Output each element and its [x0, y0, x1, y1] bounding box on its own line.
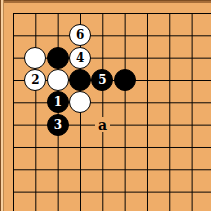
- stone-white-4: 4: [69, 47, 91, 69]
- stone-white-2: 2: [24, 69, 46, 91]
- stone-white-6: 6: [69, 24, 91, 46]
- stone-black-5: 5: [91, 69, 113, 91]
- stone-white: [24, 47, 46, 69]
- go-board-diagram: 642513a: [0, 0, 211, 211]
- stone-black: [114, 69, 136, 91]
- stone-black: [69, 69, 91, 91]
- stones-grid: 642513a: [2, 2, 203, 203]
- marker-a: a: [95, 117, 110, 132]
- stone-white: [47, 69, 69, 91]
- board-top-edge: [0, 0, 211, 3]
- stone-black: [47, 47, 69, 69]
- board-left-edge: [0, 0, 4, 211]
- stone-white: [69, 91, 91, 113]
- stone-black-1: 1: [47, 91, 69, 113]
- stone-black-3: 3: [47, 114, 69, 136]
